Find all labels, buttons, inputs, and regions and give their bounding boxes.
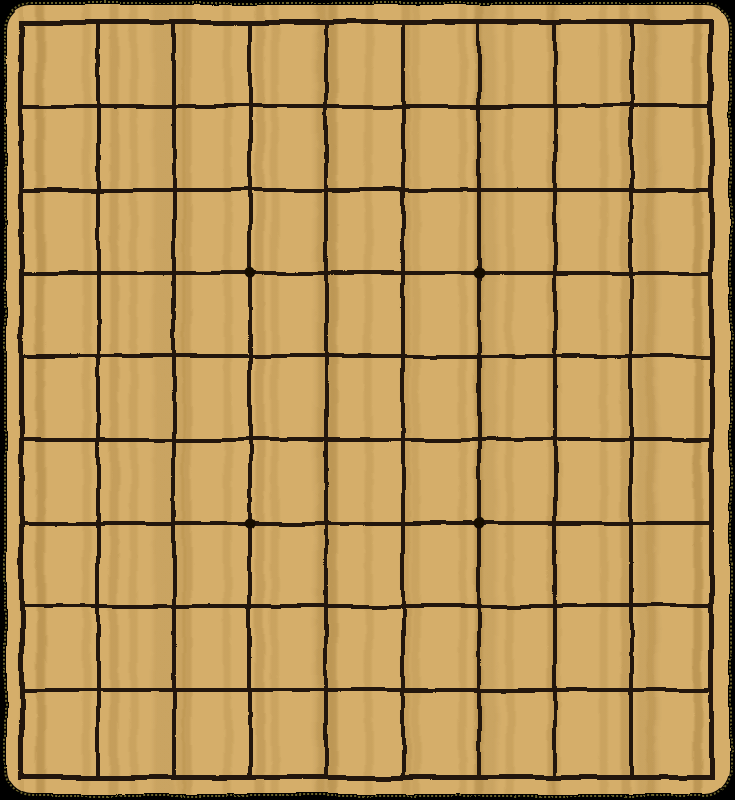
board-cell[interactable]	[252, 358, 328, 441]
board-cell[interactable]	[557, 275, 633, 358]
board-cell[interactable]	[481, 525, 557, 608]
board-cell[interactable]	[176, 275, 252, 358]
board-cell[interactable]	[633, 25, 709, 108]
board-cell[interactable]	[24, 442, 100, 525]
board-cell[interactable]	[557, 108, 633, 191]
star-point	[245, 518, 256, 529]
board-cell[interactable]	[633, 525, 709, 608]
board-cell[interactable]	[328, 608, 404, 691]
board-cell[interactable]	[481, 692, 557, 775]
board-cell[interactable]	[24, 525, 100, 608]
board-cell[interactable]	[557, 358, 633, 441]
board-cell[interactable]	[252, 275, 328, 358]
board-cell[interactable]	[633, 608, 709, 691]
board-cell[interactable]	[557, 692, 633, 775]
board-cell[interactable]	[252, 25, 328, 108]
board-cell[interactable]	[24, 108, 100, 191]
board-cell[interactable]	[24, 692, 100, 775]
board-cell[interactable]	[252, 692, 328, 775]
board-cell[interactable]	[252, 192, 328, 275]
board-cell[interactable]	[24, 358, 100, 441]
board-cell[interactable]	[557, 525, 633, 608]
board-cell[interactable]	[405, 108, 481, 191]
board-cell[interactable]	[100, 275, 176, 358]
board-cell[interactable]	[633, 358, 709, 441]
board-cell[interactable]	[176, 25, 252, 108]
board-cell[interactable]	[176, 525, 252, 608]
board-cell[interactable]	[557, 608, 633, 691]
board-cell[interactable]	[100, 608, 176, 691]
board-cell[interactable]	[328, 25, 404, 108]
board-cell[interactable]	[405, 442, 481, 525]
board-cell[interactable]	[557, 442, 633, 525]
board-cell[interactable]	[633, 192, 709, 275]
board-cell[interactable]	[481, 608, 557, 691]
board-cell[interactable]	[252, 108, 328, 191]
board-cell[interactable]	[481, 108, 557, 191]
board-cell[interactable]	[328, 442, 404, 525]
board-cell[interactable]	[633, 108, 709, 191]
board-cell[interactable]	[24, 25, 100, 108]
board-cell[interactable]	[405, 275, 481, 358]
board-cell[interactable]	[100, 192, 176, 275]
board-cell[interactable]	[328, 525, 404, 608]
board-cell[interactable]	[633, 442, 709, 525]
board-cell[interactable]	[633, 692, 709, 775]
shogi-board	[7, 5, 729, 794]
board-cell[interactable]	[481, 192, 557, 275]
star-point	[245, 267, 256, 278]
star-point	[473, 518, 484, 529]
board-cell[interactable]	[24, 608, 100, 691]
board-cell[interactable]	[252, 442, 328, 525]
board-cell[interactable]	[405, 25, 481, 108]
board-cell[interactable]	[557, 192, 633, 275]
board-cell[interactable]	[405, 192, 481, 275]
board-cell[interactable]	[405, 608, 481, 691]
board-cell[interactable]	[100, 692, 176, 775]
board-cell[interactable]	[481, 442, 557, 525]
board-grid	[19, 20, 714, 780]
board-cell[interactable]	[24, 275, 100, 358]
board-cell[interactable]	[328, 192, 404, 275]
board-cell[interactable]	[633, 275, 709, 358]
board-cell[interactable]	[100, 525, 176, 608]
board-cell[interactable]	[176, 442, 252, 525]
board-cell[interactable]	[176, 358, 252, 441]
board-cell[interactable]	[252, 608, 328, 691]
board-cell[interactable]	[24, 192, 100, 275]
star-point	[473, 267, 484, 278]
board-cell[interactable]	[176, 108, 252, 191]
board-cell[interactable]	[328, 358, 404, 441]
board-cell[interactable]	[176, 692, 252, 775]
board-cell[interactable]	[557, 25, 633, 108]
board-cell[interactable]	[100, 358, 176, 441]
board-cell[interactable]	[176, 608, 252, 691]
board-cell[interactable]	[481, 358, 557, 441]
board-cell[interactable]	[405, 692, 481, 775]
board-cell[interactable]	[481, 275, 557, 358]
board-cell[interactable]	[405, 358, 481, 441]
page-background	[0, 0, 735, 800]
board-cell[interactable]	[328, 108, 404, 191]
board-cell[interactable]	[328, 275, 404, 358]
board-cell[interactable]	[405, 525, 481, 608]
board-cell[interactable]	[176, 192, 252, 275]
board-cell[interactable]	[252, 525, 328, 608]
board-cell[interactable]	[481, 25, 557, 108]
board-cell[interactable]	[328, 692, 404, 775]
board-cell[interactable]	[100, 442, 176, 525]
board-cell[interactable]	[100, 25, 176, 108]
board-cell[interactable]	[100, 108, 176, 191]
